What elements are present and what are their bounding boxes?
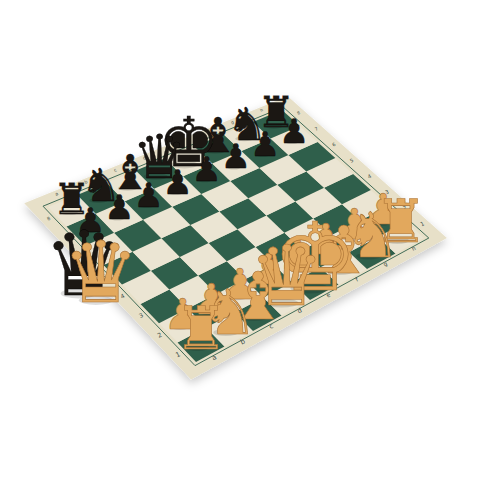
piece-white-rook-a1[interactable]: ♜ [174, 294, 227, 363]
piece-black-pawn-h7[interactable]: ♟ [279, 112, 309, 151]
piece-black-pawn-e7[interactable]: ♟ [192, 150, 222, 189]
product-photo: aabbccddeeffgghh1122334455667788 ♜♞♟♝♟♚♟… [0, 0, 480, 480]
chess-scene: aabbccddeeffgghh1122334455667788 ♜♞♟♝♟♚♟… [0, 0, 480, 480]
piece-black-pawn-g7[interactable]: ♟ [250, 125, 280, 164]
piece-black-pawn-c7[interactable]: ♟ [133, 176, 163, 215]
piece-extra-white-queen[interactable]: ♛ [63, 223, 139, 322]
piece-black-pawn-f7[interactable]: ♟ [221, 137, 251, 176]
piece-black-pawn-d7[interactable]: ♟ [162, 163, 192, 202]
